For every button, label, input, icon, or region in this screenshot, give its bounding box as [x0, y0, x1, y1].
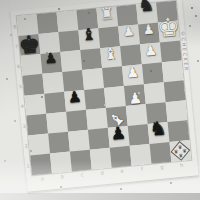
square-d4: [84, 88, 106, 110]
piece-white-king-h7: ♚: [156, 14, 181, 41]
square-h2: [168, 120, 190, 142]
file-label-b: b: [52, 173, 72, 180]
square-b8: [37, 12, 59, 34]
square-d5: [82, 68, 104, 90]
square-d1: [90, 148, 112, 170]
crown-icon: ♛: [178, 152, 185, 159]
photo-grain: [0, 0, 2, 2]
square-b5: [42, 72, 64, 94]
square-d3: [86, 108, 108, 130]
file-label-a: a: [32, 175, 52, 182]
square-h3: [166, 100, 188, 122]
crown-diamond-icon: ♛ ♛ ♛ ♛: [171, 141, 191, 161]
square-e5: [102, 66, 124, 88]
square-h4: [164, 80, 186, 102]
square-b4: [44, 92, 66, 114]
square-f1: [130, 144, 152, 166]
piece-white-bishop-e6: ♝: [103, 45, 119, 62]
square-f6: [120, 44, 142, 66]
piece-black-pawn-e2: ♟: [110, 124, 127, 142]
piece-white-rook-e8: ♜: [99, 5, 115, 22]
square-a3: [26, 114, 48, 136]
piece-white-pawn-g7: ♟: [142, 22, 155, 36]
square-c1: [70, 150, 92, 172]
square-b1: [50, 152, 72, 174]
square-g1: [150, 142, 172, 164]
square-h6: [160, 41, 182, 63]
file-label-d: d: [92, 170, 112, 177]
square-g5: [142, 62, 164, 84]
square-a4: [24, 94, 46, 116]
piece-black-king-a7: ♚: [18, 32, 42, 58]
square-a2: [28, 134, 50, 156]
piece-black-knight-g8: ♞: [137, 0, 155, 15]
chess-board: 87654321 abcdefgh ©CHECKER ♛ ♛ ♛ ♛ ♜♞♚♝♟…: [10, 0, 199, 193]
piece-white-pawn-f4: ♟: [128, 91, 143, 107]
file-label-h: h: [172, 162, 192, 169]
square-c6: [60, 50, 82, 72]
square-g4: [144, 82, 166, 104]
square-b2: [48, 132, 70, 154]
square-f2: [128, 124, 150, 146]
piece-white-pawn-f5: ♟: [126, 64, 140, 79]
piece-white-pawn-g6: ♟: [144, 43, 158, 58]
square-c8: [57, 10, 79, 32]
piece-black-pawn-b6: ♟: [44, 50, 58, 65]
piece-black-bishop-d7: ♝: [81, 26, 97, 43]
file-label-e: e: [112, 168, 132, 175]
piece-black-pawn-c4: ♟: [67, 90, 82, 106]
square-d6: [80, 48, 102, 70]
piece-white-pawn-f7: ♟: [122, 24, 135, 38]
square-c2: [68, 130, 90, 152]
square-b3: [46, 112, 68, 134]
square-d2: [88, 128, 110, 150]
square-c3: [66, 110, 88, 132]
brand-logo: ♛ ♛ ♛ ♛: [169, 140, 191, 162]
square-a5: [22, 74, 44, 96]
square-c7: [58, 30, 80, 52]
board-photo: 87654321 abcdefgh ©CHECKER ♛ ♛ ♛ ♛ ♜♞♚♝♟…: [0, 0, 200, 200]
file-label-f: f: [132, 166, 152, 173]
square-a1: [30, 153, 52, 175]
table-edge: [0, 193, 200, 200]
file-label-g: g: [152, 164, 172, 171]
piece-black-knight-g2: ♞: [149, 118, 168, 139]
square-e1: [110, 146, 132, 168]
square-e4: [104, 86, 126, 108]
square-h5: [162, 60, 184, 82]
file-label-c: c: [72, 172, 92, 179]
